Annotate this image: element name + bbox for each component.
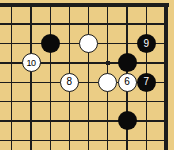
grid-line-horizontal (0, 23, 166, 24)
move-number-label: 6 (124, 77, 130, 87)
grid-line-vertical (30, 3, 31, 150)
black-stone-S15: 7 (137, 73, 156, 92)
black-stone-S17: 9 (137, 34, 156, 53)
grid-line-vertical (50, 3, 51, 150)
go-board-diagram: 910867 (0, 0, 174, 150)
white-stone-P17 (79, 34, 98, 53)
board-edge-top (0, 3, 169, 7)
grid-line-horizontal (0, 120, 166, 121)
move-number-label: 8 (67, 77, 73, 87)
move-number-label: 10 (26, 58, 35, 68)
white-stone-M16: 10 (22, 53, 41, 72)
grid-line-horizontal (0, 140, 166, 141)
grid-line-vertical (11, 3, 12, 150)
board-edge-right (164, 3, 168, 150)
white-stone-Q15 (98, 73, 117, 92)
black-stone-R13 (118, 111, 137, 130)
white-stone-R15: 6 (118, 73, 137, 92)
grid-line-vertical (88, 3, 89, 150)
black-stone-R16 (118, 53, 137, 72)
black-stone-N17 (41, 34, 60, 53)
grid-line-horizontal (0, 101, 166, 102)
move-number-label: 7 (143, 77, 149, 87)
move-number-label: 9 (143, 39, 149, 49)
white-stone-O15: 8 (60, 73, 79, 92)
star-point-Q16 (106, 61, 110, 65)
